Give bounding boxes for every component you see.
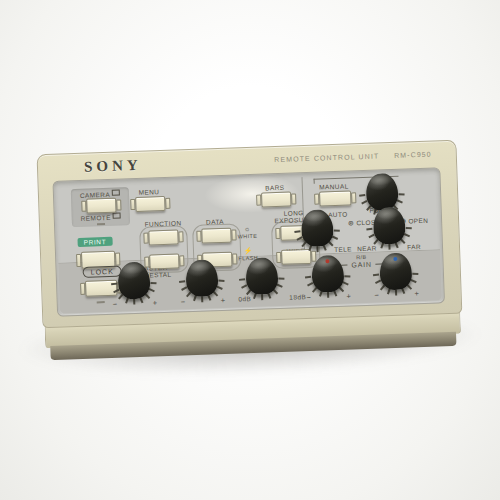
remote-icon [113, 212, 121, 218]
master-pedestal-knob-cap [117, 262, 150, 300]
product-label: REMOTE CONTROL UNIT [274, 152, 379, 163]
sony-logo: SONY [84, 157, 142, 176]
bars-button[interactable] [261, 192, 292, 208]
model-number: RM-C950 [394, 151, 432, 159]
camera-icon [112, 190, 120, 196]
function-up-button[interactable] [148, 229, 179, 245]
flash-icon: ⚡ [243, 247, 252, 254]
menu-label: MENU [138, 188, 159, 196]
photo-background: SONY REMOTE CONTROL UNIT RM-C950 CAMERA … [0, 0, 500, 500]
pedestal-knob[interactable] [177, 256, 227, 304]
zoom-knob-cap [301, 209, 334, 247]
print-label: PRINT [77, 237, 112, 247]
gain-group-sub-label: R/B [356, 254, 367, 260]
r-gain-knob[interactable] [303, 251, 353, 299]
pedestal-knob-cap [185, 259, 218, 297]
gain-knob-cap [245, 257, 278, 295]
data-up-button[interactable] [201, 228, 232, 244]
sony-rm-c950-device: SONY REMOTE CONTROL UNIT RM-C950 CAMERA … [37, 140, 464, 361]
data-label: DATA [206, 218, 224, 226]
manual-label: MANUAL [319, 183, 349, 191]
zoom-knob[interactable] [293, 206, 343, 254]
camera-remote-button[interactable] [86, 198, 117, 214]
case-top-face: SONY REMOTE CONTROL UNIT RM-C950 CAMERA … [37, 140, 463, 329]
bars-label: BARS [265, 184, 285, 192]
lock-indicator-dash [97, 301, 105, 303]
b-gain-knob[interactable] [371, 249, 421, 297]
iris-auto-manual-button[interactable] [319, 190, 352, 206]
master-pedestal-knob[interactable] [109, 258, 159, 306]
remote-label: REMOTE [81, 212, 121, 221]
iris-close-icon: ⊛ [348, 219, 355, 226]
product-title: REMOTE CONTROL UNIT RM-C950 [274, 151, 432, 163]
gain-knob[interactable] [237, 254, 287, 302]
selector-indicator-dash [97, 223, 105, 225]
iris-knob-ticks [357, 170, 405, 172]
focus-knob[interactable] [364, 203, 414, 251]
menu-button[interactable] [135, 196, 166, 212]
control-panel: CAMERA REMOTE MENU BARS FUNCTION DATA [52, 167, 445, 316]
white-label: ☼WHITE [237, 225, 257, 241]
focus-knob-cap [373, 207, 406, 245]
function-label: FUNCTION [145, 219, 182, 227]
white-icon: ☼ [244, 225, 251, 232]
